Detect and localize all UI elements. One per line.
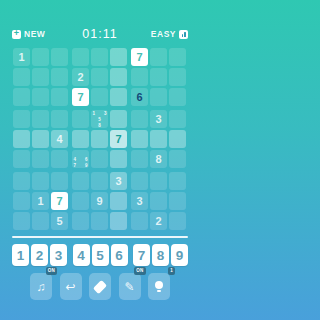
block-6: 38 <box>131 110 186 168</box>
cell-r3c8[interactable] <box>150 88 167 106</box>
cell-r4c8[interactable]: 3 <box>150 110 167 128</box>
block-3: 76 <box>131 48 186 106</box>
difficulty-selector[interactable]: EASY <box>151 29 188 39</box>
number-keypad: 123456789 <box>12 244 188 266</box>
cell-r4c3[interactable] <box>51 110 68 128</box>
cell-r7c3[interactable] <box>51 172 68 190</box>
cell-r4c4[interactable] <box>72 110 89 128</box>
pencil-button[interactable]: ✎ON <box>119 273 141 300</box>
cell-r6c9[interactable] <box>169 150 186 168</box>
cell-r1c5[interactable] <box>91 48 108 66</box>
cell-r1c8[interactable] <box>150 48 167 66</box>
cell-r7c5[interactable] <box>91 172 108 190</box>
cell-r5c3[interactable]: 4 <box>51 130 68 148</box>
cell-r1c1[interactable]: 1 <box>13 48 30 66</box>
cell-r7c7[interactable] <box>131 172 148 190</box>
cell-r1c4[interactable] <box>72 48 89 66</box>
number-key-8[interactable]: 8 <box>152 244 169 266</box>
erase-button[interactable] <box>89 273 111 300</box>
number-key-2[interactable]: 2 <box>31 244 48 266</box>
cell-r7c1[interactable] <box>13 172 30 190</box>
cell-r9c6[interactable] <box>110 212 127 230</box>
cell-r3c1[interactable] <box>13 88 30 106</box>
cell-r5c9[interactable] <box>169 130 186 148</box>
cell-r2c1[interactable] <box>13 68 30 86</box>
cell-r4c2[interactable] <box>32 110 49 128</box>
cell-r8c7[interactable]: 3 <box>131 192 148 210</box>
number-key-4[interactable]: 4 <box>73 244 90 266</box>
cell-r9c9[interactable] <box>169 212 186 230</box>
number-key-7[interactable]: 7 <box>133 244 150 266</box>
cell-r9c5[interactable] <box>91 212 108 230</box>
cell-r9c4[interactable] <box>72 212 89 230</box>
number-key-1[interactable]: 1 <box>12 244 29 266</box>
cell-r8c2[interactable]: 1 <box>32 192 49 210</box>
undo-button[interactable]: ↩ <box>60 273 82 300</box>
cell-r5c5[interactable] <box>91 130 108 148</box>
lightbulb-icon <box>155 281 163 293</box>
block-7: 175 <box>13 172 68 230</box>
cell-r4c7[interactable] <box>131 110 148 128</box>
plus-icon: + <box>12 30 21 39</box>
cell-r8c1[interactable] <box>13 192 30 210</box>
pencil-badge: ON <box>134 267 145 275</box>
block-5: 135874679 <box>72 110 127 168</box>
cell-r6c8[interactable]: 8 <box>150 150 167 168</box>
cell-r2c5[interactable] <box>91 68 108 86</box>
cell-r8c5[interactable]: 9 <box>91 192 108 210</box>
key-group-1: 123 <box>12 244 67 266</box>
cell-r7c2[interactable] <box>32 172 49 190</box>
cell-r9c2[interactable] <box>32 212 49 230</box>
cell-r1c7[interactable]: 7 <box>131 48 148 66</box>
new-game-button[interactable]: + NEW <box>12 29 45 39</box>
block-9: 32 <box>131 172 186 230</box>
cell-r9c3[interactable]: 5 <box>51 212 68 230</box>
cell-r8c6[interactable] <box>110 192 127 210</box>
toolbar: ♫ON↩✎ON1 <box>30 273 170 300</box>
music-badge: ON <box>46 267 57 275</box>
pencil-icon: ✎ <box>124 281 134 293</box>
hint-button[interactable]: 1 <box>148 273 170 300</box>
cell-r2c9[interactable] <box>169 68 186 86</box>
cell-r3c4[interactable]: 7 <box>72 88 89 106</box>
difficulty-label: EASY <box>151 29 176 39</box>
cell-r3c7[interactable]: 6 <box>131 88 148 106</box>
number-key-3[interactable]: 3 <box>50 244 67 266</box>
cell-r2c4[interactable]: 2 <box>72 68 89 86</box>
cell-r1c6[interactable] <box>110 48 127 66</box>
new-label: NEW <box>24 29 45 39</box>
cell-r5c2[interactable] <box>32 130 49 148</box>
cell-r5c1[interactable] <box>13 130 30 148</box>
cell-r6c2[interactable] <box>32 150 49 168</box>
sudoku-grid: 127764135874679381753932 <box>13 48 186 230</box>
cell-r2c3[interactable] <box>51 68 68 86</box>
cell-r6c6[interactable] <box>110 150 127 168</box>
cell-r8c3[interactable]: 7 <box>51 192 68 210</box>
cell-r3c6[interactable] <box>110 88 127 106</box>
cell-r7c4[interactable] <box>72 172 89 190</box>
music-button[interactable]: ♫ON <box>30 273 52 300</box>
cell-r9c1[interactable] <box>13 212 30 230</box>
key-group-3: 789 <box>133 244 188 266</box>
cell-r8c8[interactable] <box>150 192 167 210</box>
cell-r9c8[interactable]: 2 <box>150 212 167 230</box>
cell-r1c3[interactable] <box>51 48 68 66</box>
cell-r8c9[interactable] <box>169 192 186 210</box>
number-key-6[interactable]: 6 <box>111 244 128 266</box>
cell-r7c9[interactable] <box>169 172 186 190</box>
cell-r1c9[interactable] <box>169 48 186 66</box>
cell-r2c6[interactable] <box>110 68 127 86</box>
cell-r6c3[interactable] <box>51 150 68 168</box>
cell-r4c5[interactable]: 1358 <box>91 110 108 128</box>
cell-r6c1[interactable] <box>13 150 30 168</box>
cell-r9c7[interactable] <box>131 212 148 230</box>
difficulty-bars-icon <box>179 30 188 39</box>
pencil-marks: 1358 <box>91 110 108 128</box>
block-1: 1 <box>13 48 68 106</box>
cell-r6c4[interactable]: 4679 <box>72 150 89 168</box>
cell-r7c6[interactable]: 3 <box>110 172 127 190</box>
pencil-marks: 4679 <box>72 150 89 168</box>
block-4: 4 <box>13 110 68 168</box>
cell-r7c8[interactable] <box>150 172 167 190</box>
cell-r1c2[interactable] <box>32 48 49 66</box>
cell-r2c7[interactable] <box>131 68 148 86</box>
cell-r3c9[interactable] <box>169 88 186 106</box>
cell-r5c8[interactable] <box>150 130 167 148</box>
undo-icon: ↩ <box>65 281 75 293</box>
cell-r4c1[interactable] <box>13 110 30 128</box>
cell-r2c8[interactable] <box>150 68 167 86</box>
cell-r8c4[interactable] <box>72 192 89 210</box>
cell-r5c7[interactable] <box>131 130 148 148</box>
eraser-icon <box>93 279 107 293</box>
cell-r4c9[interactable] <box>169 110 186 128</box>
number-key-9[interactable]: 9 <box>171 244 188 266</box>
cell-r6c7[interactable] <box>131 150 148 168</box>
cell-r4c6[interactable] <box>110 110 127 128</box>
key-group-2: 456 <box>73 244 128 266</box>
number-key-5[interactable]: 5 <box>92 244 109 266</box>
cell-r2c2[interactable] <box>32 68 49 86</box>
cell-r6c5[interactable] <box>91 150 108 168</box>
cell-r3c3[interactable] <box>51 88 68 106</box>
cell-r5c4[interactable] <box>72 130 89 148</box>
block-8: 39 <box>72 172 127 230</box>
cell-r5c6[interactable]: 7 <box>110 130 127 148</box>
block-2: 27 <box>72 48 127 106</box>
divider <box>12 236 188 238</box>
cell-r3c2[interactable] <box>32 88 49 106</box>
top-bar: + NEW 01:11 EASY <box>0 27 200 41</box>
hint-badge: 1 <box>168 267 175 275</box>
music-note-icon: ♫ <box>37 281 46 293</box>
cell-r3c5[interactable] <box>91 88 108 106</box>
